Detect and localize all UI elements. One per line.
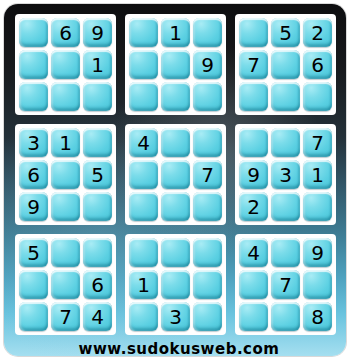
cell-r8c4[interactable]: 1 (129, 270, 158, 299)
cell-r9c1[interactable] (19, 302, 48, 331)
cell-r5c7[interactable]: 9 (239, 160, 268, 189)
cell-r6c7[interactable]: 2 (239, 192, 268, 221)
cell-r7c3[interactable] (83, 238, 112, 267)
cell-r9c6[interactable] (193, 302, 222, 331)
sudoku-box-9: 4978 (235, 234, 336, 335)
cell-r6c4[interactable] (129, 192, 158, 221)
cell-r8c6[interactable] (193, 270, 222, 299)
cell-r4c9[interactable]: 7 (303, 128, 332, 157)
cell-r2c7[interactable]: 7 (239, 50, 268, 79)
cell-r8c9[interactable] (303, 270, 332, 299)
cell-r4c7[interactable] (239, 128, 268, 157)
sudoku-board: 6911952763165947793125674134978 (15, 14, 336, 335)
cell-r2c2[interactable] (51, 50, 80, 79)
cell-r2c1[interactable] (19, 50, 48, 79)
cell-r1c2[interactable]: 6 (51, 18, 80, 47)
cell-r9c5[interactable]: 3 (161, 302, 190, 331)
cell-r7c5[interactable] (161, 238, 190, 267)
cell-r4c3[interactable] (83, 128, 112, 157)
cell-r7c8[interactable] (271, 238, 300, 267)
cell-r8c2[interactable] (51, 270, 80, 299)
cell-r1c7[interactable] (239, 18, 268, 47)
sudoku-box-7: 5674 (15, 234, 116, 335)
cell-r3c7[interactable] (239, 82, 268, 111)
cell-r4c4[interactable]: 4 (129, 128, 158, 157)
cell-r7c9[interactable]: 9 (303, 238, 332, 267)
cell-r3c3[interactable] (83, 82, 112, 111)
cell-r5c4[interactable] (129, 160, 158, 189)
cell-r3c4[interactable] (129, 82, 158, 111)
cell-r9c3[interactable]: 4 (83, 302, 112, 331)
sudoku-box-1: 691 (15, 14, 116, 115)
cell-r4c6[interactable] (193, 128, 222, 157)
cell-r5c5[interactable] (161, 160, 190, 189)
cell-r6c3[interactable] (83, 192, 112, 221)
cell-r6c2[interactable] (51, 192, 80, 221)
cell-r5c8[interactable]: 3 (271, 160, 300, 189)
sudoku-box-3: 5276 (235, 14, 336, 115)
sudoku-box-2: 19 (125, 14, 226, 115)
cell-r9c7[interactable] (239, 302, 268, 331)
sudoku-box-6: 79312 (235, 124, 336, 225)
cell-r9c4[interactable] (129, 302, 158, 331)
cell-r4c8[interactable] (271, 128, 300, 157)
cell-r7c4[interactable] (129, 238, 158, 267)
cell-r5c6[interactable]: 7 (193, 160, 222, 189)
cell-r3c9[interactable] (303, 82, 332, 111)
cell-r5c9[interactable]: 1 (303, 160, 332, 189)
cell-r2c6[interactable]: 9 (193, 50, 222, 79)
cell-r9c9[interactable]: 8 (303, 302, 332, 331)
site-url: www.sudokusweb.com (8, 340, 350, 358)
cell-r6c8[interactable] (271, 192, 300, 221)
cell-r3c5[interactable] (161, 82, 190, 111)
cell-r7c7[interactable]: 4 (239, 238, 268, 267)
cell-r5c3[interactable]: 5 (83, 160, 112, 189)
sudoku-box-4: 31659 (15, 124, 116, 225)
cell-r6c5[interactable] (161, 192, 190, 221)
cell-r2c5[interactable] (161, 50, 190, 79)
cell-r8c8[interactable]: 7 (271, 270, 300, 299)
cell-r5c1[interactable]: 6 (19, 160, 48, 189)
cell-r8c7[interactable] (239, 270, 268, 299)
cell-r4c5[interactable] (161, 128, 190, 157)
cell-r7c6[interactable] (193, 238, 222, 267)
cell-r5c2[interactable] (51, 160, 80, 189)
cell-r2c9[interactable]: 6 (303, 50, 332, 79)
cell-r1c4[interactable] (129, 18, 158, 47)
cell-r8c5[interactable] (161, 270, 190, 299)
cell-r9c2[interactable]: 7 (51, 302, 80, 331)
cell-r6c1[interactable]: 9 (19, 192, 48, 221)
cell-r7c2[interactable] (51, 238, 80, 267)
cell-r4c2[interactable]: 1 (51, 128, 80, 157)
sudoku-box-8: 13 (125, 234, 226, 335)
cell-r6c9[interactable] (303, 192, 332, 221)
cell-r1c6[interactable] (193, 18, 222, 47)
cell-r2c8[interactable] (271, 50, 300, 79)
cell-r6c6[interactable] (193, 192, 222, 221)
cell-r7c1[interactable]: 5 (19, 238, 48, 267)
sudoku-box-5: 47 (125, 124, 226, 225)
sudoku-page: www.sudokusweb.com 691195276316594779312… (0, 0, 350, 360)
cell-r8c3[interactable]: 6 (83, 270, 112, 299)
cell-r8c1[interactable] (19, 270, 48, 299)
cell-r3c1[interactable] (19, 82, 48, 111)
cell-r3c6[interactable] (193, 82, 222, 111)
cell-r9c8[interactable] (271, 302, 300, 331)
cell-r2c3[interactable]: 1 (83, 50, 112, 79)
cell-r4c1[interactable]: 3 (19, 128, 48, 157)
cell-r1c9[interactable]: 2 (303, 18, 332, 47)
cell-r1c1[interactable] (19, 18, 48, 47)
cell-r1c5[interactable]: 1 (161, 18, 190, 47)
cell-r2c4[interactable] (129, 50, 158, 79)
cell-r1c3[interactable]: 9 (83, 18, 112, 47)
cell-r1c8[interactable]: 5 (271, 18, 300, 47)
cell-r3c8[interactable] (271, 82, 300, 111)
cell-r3c2[interactable] (51, 82, 80, 111)
